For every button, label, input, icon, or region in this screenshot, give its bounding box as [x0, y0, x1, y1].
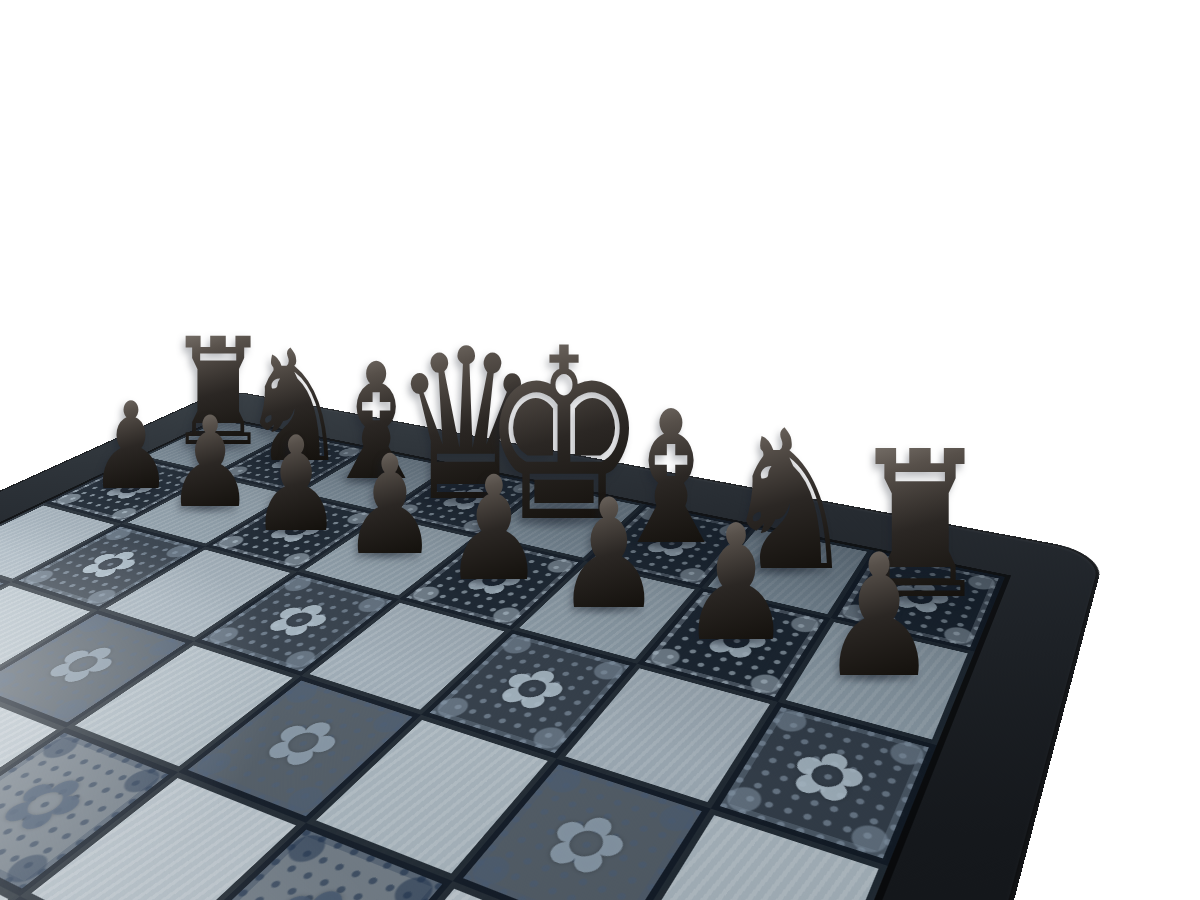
- floral-engraving-icon: ✿: [253, 511, 339, 550]
- floral-engraving-icon: ✿: [249, 595, 348, 647]
- floral-engraving-icon: ✿: [631, 523, 710, 565]
- floral-engraving-icon: ✿: [691, 613, 781, 670]
- floral-engraving-icon: ✿: [774, 737, 878, 818]
- floral-engraving-icon: ✿: [480, 658, 582, 722]
- floral-engraving-icon: ✿: [256, 447, 331, 477]
- floral-engraving-icon: ✿: [427, 482, 505, 517]
- floral-engraving-icon: ✿: [879, 573, 959, 623]
- floral-engraving-icon: ✿: [62, 543, 157, 586]
- floral-engraving-icon: ✿: [27, 636, 138, 694]
- chess-board: ✿✿✿✿✿✿✿✿✿✿✿✿✿✿✿✿✿✿✿✿✿✿✿✿✿✿✿✿✿✿✿✿: [0, 389, 1105, 900]
- floral-engraving-icon: ✿: [236, 870, 379, 900]
- floral-engraving-icon: ✿: [449, 557, 537, 603]
- floral-engraving-icon: ✿: [0, 764, 111, 848]
- floral-engraving-icon: ✿: [244, 708, 361, 781]
- board-surface: ✿✿✿✿✿✿✿✿✿✿✿✿✿✿✿✿✿✿✿✿✿✿✿✿✿✿✿✿✿✿✿✿: [0, 418, 1005, 900]
- chess-photo-scene: ✿✿✿✿✿✿✿✿✿✿✿✿✿✿✿✿✿✿✿✿✿✿✿✿✿✿✿✿✿✿✿✿ ♜♞♝♛♚♝♞…: [0, 0, 1200, 900]
- floral-engraving-icon: ✿: [89, 472, 171, 505]
- floral-engraving-icon: ✿: [524, 799, 646, 893]
